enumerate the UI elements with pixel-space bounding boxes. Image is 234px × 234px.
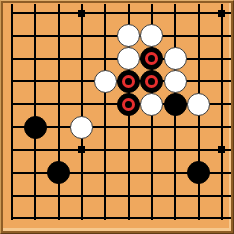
black-stone-B5[interactable] [24, 116, 47, 139]
black-stone-J3[interactable] [187, 161, 210, 184]
black-stone-F6[interactable] [117, 93, 140, 116]
white-stone-D5[interactable] [70, 116, 93, 139]
white-stone-H8[interactable] [164, 47, 187, 70]
grid-hline [11, 217, 231, 219]
black-stone-G7[interactable] [140, 70, 163, 93]
white-stone-G9[interactable] [140, 24, 163, 47]
white-stone-E7[interactable] [94, 70, 117, 93]
hoshi-point [218, 10, 225, 17]
red-circle-mark [145, 75, 158, 88]
black-stone-G8[interactable] [140, 47, 163, 70]
hoshi-point [218, 146, 225, 153]
black-stone-H6[interactable] [164, 93, 187, 116]
hoshi-point [78, 146, 85, 153]
red-circle-mark [122, 75, 135, 88]
go-board-diagram [0, 0, 234, 234]
red-circle-mark [122, 98, 135, 111]
red-circle-mark [145, 52, 158, 65]
black-stone-C3[interactable] [47, 161, 70, 184]
white-stone-J6[interactable] [187, 93, 210, 116]
grid-hline [11, 195, 231, 197]
white-stone-H7[interactable] [164, 70, 187, 93]
grid-hline [11, 149, 231, 151]
hoshi-point [78, 10, 85, 17]
white-stone-G6[interactable] [140, 93, 163, 116]
white-stone-F9[interactable] [117, 24, 140, 47]
board-layer [0, 0, 234, 234]
black-stone-F7[interactable] [117, 70, 140, 93]
white-stone-F8[interactable] [117, 47, 140, 70]
grid-hline [11, 12, 231, 14]
